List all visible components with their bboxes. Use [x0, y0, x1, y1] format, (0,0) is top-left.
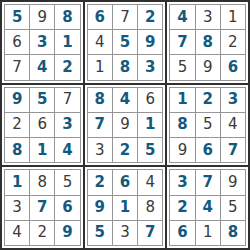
- cell-r9c3[interactable]: 9: [55, 221, 79, 245]
- cell-r2c9[interactable]: 2: [221, 30, 245, 54]
- box-6: 123854967: [166, 84, 249, 167]
- cell-r4c9[interactable]: 3: [221, 88, 245, 112]
- box-8: 264918537: [84, 166, 167, 249]
- cell-r2c4[interactable]: 4: [88, 30, 112, 54]
- cell-r8c8[interactable]: 4: [196, 196, 220, 220]
- cell-r7c9[interactable]: 9: [221, 170, 245, 194]
- cell-r6c8[interactable]: 6: [196, 138, 220, 162]
- cell-r1c8[interactable]: 3: [196, 5, 220, 29]
- cell-r8c3[interactable]: 6: [55, 196, 79, 220]
- cell-r4c8[interactable]: 2: [196, 88, 220, 112]
- cell-r6c7[interactable]: 9: [170, 138, 194, 162]
- box-3: 431782596: [166, 1, 249, 84]
- cell-r4c7[interactable]: 1: [170, 88, 194, 112]
- cell-r9c8[interactable]: 1: [196, 221, 220, 245]
- cell-r9c9[interactable]: 8: [221, 221, 245, 245]
- cell-r5c9[interactable]: 4: [221, 113, 245, 137]
- cell-r3c4[interactable]: 1: [88, 55, 112, 79]
- cell-r4c6[interactable]: 6: [138, 88, 162, 112]
- cell-r9c6[interactable]: 7: [138, 221, 162, 245]
- cell-r3c5[interactable]: 8: [113, 55, 137, 79]
- cell-r3c1[interactable]: 7: [5, 55, 29, 79]
- cell-r7c3[interactable]: 5: [55, 170, 79, 194]
- cell-r6c3[interactable]: 4: [55, 138, 79, 162]
- cell-r1c6[interactable]: 2: [138, 5, 162, 29]
- cell-r8c9[interactable]: 5: [221, 196, 245, 220]
- cell-r3c9[interactable]: 6: [221, 55, 245, 79]
- cell-r2c1[interactable]: 6: [5, 30, 29, 54]
- cell-r9c4[interactable]: 5: [88, 221, 112, 245]
- cell-r1c4[interactable]: 6: [88, 5, 112, 29]
- cell-r7c8[interactable]: 7: [196, 170, 220, 194]
- cell-r5c1[interactable]: 2: [5, 113, 29, 137]
- box-2: 672459183: [84, 1, 167, 84]
- cell-r3c2[interactable]: 4: [30, 55, 54, 79]
- cell-r1c3[interactable]: 8: [55, 5, 79, 29]
- cell-r6c9[interactable]: 7: [221, 138, 245, 162]
- cell-r1c7[interactable]: 4: [170, 5, 194, 29]
- cell-r9c1[interactable]: 4: [5, 221, 29, 245]
- cell-r4c2[interactable]: 5: [30, 88, 54, 112]
- cell-r8c2[interactable]: 7: [30, 196, 54, 220]
- cell-r8c1[interactable]: 3: [5, 196, 29, 220]
- cell-r8c5[interactable]: 1: [113, 196, 137, 220]
- cell-r6c2[interactable]: 1: [30, 138, 54, 162]
- cell-r2c6[interactable]: 9: [138, 30, 162, 54]
- cell-r2c3[interactable]: 1: [55, 30, 79, 54]
- box-1: 598631742: [1, 1, 84, 84]
- cell-r2c7[interactable]: 7: [170, 30, 194, 54]
- cell-r8c7[interactable]: 2: [170, 196, 194, 220]
- cell-r4c5[interactable]: 4: [113, 88, 137, 112]
- cell-r3c7[interactable]: 5: [170, 55, 194, 79]
- cell-r7c1[interactable]: 1: [5, 170, 29, 194]
- cell-r1c1[interactable]: 5: [5, 5, 29, 29]
- cell-r2c8[interactable]: 8: [196, 30, 220, 54]
- cell-r7c7[interactable]: 3: [170, 170, 194, 194]
- cell-r6c6[interactable]: 5: [138, 138, 162, 162]
- cell-r7c2[interactable]: 8: [30, 170, 54, 194]
- cell-r8c4[interactable]: 9: [88, 196, 112, 220]
- cell-r9c7[interactable]: 6: [170, 221, 194, 245]
- box-9: 379245618: [166, 166, 249, 249]
- box-7: 185376429: [1, 166, 84, 249]
- cell-r4c3[interactable]: 7: [55, 88, 79, 112]
- cell-r2c5[interactable]: 5: [113, 30, 137, 54]
- cell-r7c4[interactable]: 2: [88, 170, 112, 194]
- cell-r6c5[interactable]: 2: [113, 138, 137, 162]
- cell-r9c2[interactable]: 2: [30, 221, 54, 245]
- box-5: 846791325: [84, 84, 167, 167]
- cell-r4c1[interactable]: 9: [5, 88, 29, 112]
- cell-r2c2[interactable]: 3: [30, 30, 54, 54]
- cell-r6c1[interactable]: 8: [5, 138, 29, 162]
- cell-r5c3[interactable]: 3: [55, 113, 79, 137]
- cell-r3c8[interactable]: 9: [196, 55, 220, 79]
- cell-r9c5[interactable]: 3: [113, 221, 137, 245]
- cell-r4c4[interactable]: 8: [88, 88, 112, 112]
- cell-r1c2[interactable]: 9: [30, 5, 54, 29]
- cell-r7c5[interactable]: 6: [113, 170, 137, 194]
- cell-r3c3[interactable]: 2: [55, 55, 79, 79]
- cell-r6c4[interactable]: 3: [88, 138, 112, 162]
- box-4: 957263814: [1, 84, 84, 167]
- cell-r1c5[interactable]: 7: [113, 5, 137, 29]
- cell-r3c6[interactable]: 3: [138, 55, 162, 79]
- cell-r8c6[interactable]: 8: [138, 196, 162, 220]
- sudoku-board: 5986317426724591834317825969572638148467…: [0, 0, 250, 250]
- cell-r1c9[interactable]: 1: [221, 5, 245, 29]
- cell-r5c6[interactable]: 1: [138, 113, 162, 137]
- cell-r5c7[interactable]: 8: [170, 113, 194, 137]
- cell-r5c4[interactable]: 7: [88, 113, 112, 137]
- cell-r5c2[interactable]: 6: [30, 113, 54, 137]
- cell-r5c5[interactable]: 9: [113, 113, 137, 137]
- cell-r7c6[interactable]: 4: [138, 170, 162, 194]
- cell-r5c8[interactable]: 5: [196, 113, 220, 137]
